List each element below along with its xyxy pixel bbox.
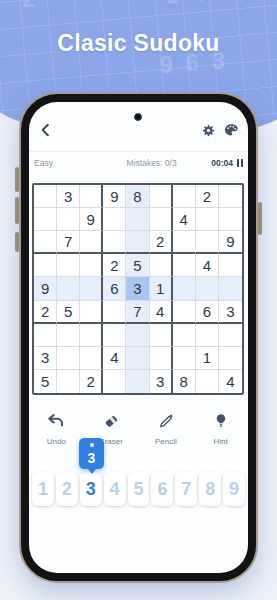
cell-r2c4[interactable] bbox=[103, 208, 126, 231]
hint-label: Hint bbox=[214, 437, 228, 446]
numpad-key-5[interactable]: 5 bbox=[128, 472, 150, 506]
cell-r6c4[interactable] bbox=[103, 301, 126, 324]
gear-icon bbox=[201, 123, 216, 142]
cell-r9c1[interactable]: 5 bbox=[34, 370, 57, 393]
cell-r1c7[interactable] bbox=[173, 185, 196, 208]
cell-r6c5[interactable]: 7 bbox=[126, 301, 149, 324]
phone-power-button bbox=[258, 202, 262, 235]
cell-r5c3[interactable] bbox=[80, 277, 103, 300]
undo-icon bbox=[47, 412, 65, 434]
cell-r6c1[interactable]: 2 bbox=[34, 301, 57, 324]
cell-r3c1[interactable] bbox=[34, 231, 57, 254]
cell-r6c6[interactable]: 4 bbox=[150, 301, 173, 324]
cell-r3c6[interactable]: 2 bbox=[150, 231, 173, 254]
hint-button[interactable]: Hint bbox=[193, 412, 248, 446]
cell-r9c2[interactable] bbox=[57, 370, 80, 393]
pause-icon bbox=[237, 159, 239, 167]
mistakes-label: Mistakes: 0/3 bbox=[92, 158, 211, 168]
cell-r4c8[interactable]: 4 bbox=[196, 254, 219, 277]
cell-r2c2[interactable] bbox=[57, 208, 80, 231]
cell-r7c2[interactable] bbox=[57, 324, 80, 347]
screenshot-root: 1479632 Clasic Sudoku bbox=[0, 0, 277, 600]
watermark-digit: 4 bbox=[192, 0, 205, 7]
phone-screen: Easy Mistakes: 0/3 00:04 398294729254963… bbox=[29, 102, 248, 573]
cell-r5c9[interactable] bbox=[219, 277, 242, 300]
pencil-button[interactable]: Pencil bbox=[139, 412, 194, 446]
pencil-icon bbox=[157, 412, 175, 434]
pencil-label: Pencil bbox=[155, 437, 177, 446]
cell-r3c9[interactable]: 9 bbox=[219, 231, 242, 254]
sudoku-grid: 398294729254963125746334152384 bbox=[32, 183, 244, 395]
cell-r1c5[interactable]: 8 bbox=[126, 185, 149, 208]
cell-r8c2[interactable] bbox=[57, 347, 80, 370]
cell-r1c6[interactable] bbox=[150, 185, 173, 208]
cell-r7c3[interactable] bbox=[80, 324, 103, 347]
cell-r5c7[interactable] bbox=[173, 277, 196, 300]
camera-hole bbox=[134, 113, 142, 121]
cell-r4c6[interactable] bbox=[150, 254, 173, 277]
phone-side-button bbox=[15, 232, 19, 252]
palette-icon bbox=[223, 122, 239, 142]
timer-value: 00:04 bbox=[211, 158, 233, 168]
selected-number-badge: 3 bbox=[79, 438, 104, 469]
cell-r8c5[interactable] bbox=[126, 347, 149, 370]
numpad-key-8[interactable]: 8 bbox=[199, 472, 221, 506]
cell-r9c3[interactable]: 2 bbox=[80, 370, 103, 393]
cell-r9c4[interactable] bbox=[103, 370, 126, 393]
numpad-key-9[interactable]: 9 bbox=[223, 472, 245, 506]
cell-r6c3[interactable] bbox=[80, 301, 103, 324]
cell-r7c5[interactable] bbox=[126, 324, 149, 347]
cell-r8c8[interactable]: 1 bbox=[196, 347, 219, 370]
cell-r8c7[interactable] bbox=[173, 347, 196, 370]
back-button[interactable] bbox=[35, 121, 57, 143]
cell-r1c1[interactable] bbox=[34, 185, 57, 208]
watermark-digit: 2 bbox=[22, 0, 35, 13]
number-pad: 123456789 bbox=[32, 472, 245, 506]
numpad-key-4[interactable]: 4 bbox=[104, 472, 126, 506]
lightbulb-icon bbox=[212, 412, 230, 434]
undo-button[interactable]: Undo bbox=[29, 412, 84, 446]
cell-r6c8[interactable]: 6 bbox=[196, 301, 219, 324]
cell-r2c5[interactable] bbox=[126, 208, 149, 231]
phone-side-button bbox=[15, 197, 19, 224]
cell-r7c7[interactable] bbox=[173, 324, 196, 347]
page-title: Clasic Sudoku bbox=[0, 30, 277, 57]
cell-r3c4[interactable] bbox=[103, 231, 126, 254]
eraser-icon bbox=[102, 412, 120, 434]
cell-r9c6[interactable]: 3 bbox=[150, 370, 173, 393]
cell-r4c9[interactable] bbox=[219, 254, 242, 277]
cell-r7c4[interactable] bbox=[103, 324, 126, 347]
cell-r3c8[interactable] bbox=[196, 231, 219, 254]
phone-side-button bbox=[15, 167, 19, 192]
cell-r8c1[interactable]: 3 bbox=[34, 347, 57, 370]
settings-button[interactable] bbox=[197, 121, 219, 143]
cell-r1c8[interactable]: 2 bbox=[196, 185, 219, 208]
cell-r9c9[interactable]: 4 bbox=[219, 370, 242, 393]
cell-r5c8[interactable] bbox=[196, 277, 219, 300]
theme-button[interactable] bbox=[220, 121, 242, 143]
cell-r4c7[interactable] bbox=[173, 254, 196, 277]
cell-r4c5[interactable]: 5 bbox=[126, 254, 149, 277]
cell-r5c4[interactable]: 6 bbox=[103, 277, 126, 300]
numpad-key-2[interactable]: 2 bbox=[56, 472, 78, 506]
cell-r2c6[interactable] bbox=[150, 208, 173, 231]
cell-r2c3[interactable]: 9 bbox=[80, 208, 103, 231]
pause-icon bbox=[241, 159, 243, 167]
cell-r2c8[interactable] bbox=[196, 208, 219, 231]
cell-r3c7[interactable] bbox=[173, 231, 196, 254]
cell-r8c6[interactable] bbox=[150, 347, 173, 370]
cell-r4c3[interactable] bbox=[80, 254, 103, 277]
numpad-key-6[interactable]: 6 bbox=[151, 472, 173, 506]
cell-r6c2[interactable]: 5 bbox=[57, 301, 80, 324]
cell-r4c2[interactable] bbox=[57, 254, 80, 277]
undo-label: Undo bbox=[47, 437, 66, 446]
cell-r4c1[interactable] bbox=[34, 254, 57, 277]
cell-r7c1[interactable] bbox=[34, 324, 57, 347]
appbar-divider bbox=[29, 151, 248, 152]
phone-frame: Easy Mistakes: 0/3 00:04 398294729254963… bbox=[19, 92, 258, 583]
cell-r7c9[interactable] bbox=[219, 324, 242, 347]
watermark-digit: 7 bbox=[218, 0, 231, 5]
toolbar: Undo Eraser Pencil bbox=[29, 412, 248, 446]
cell-r4c4[interactable]: 2 bbox=[103, 254, 126, 277]
cell-r2c1[interactable] bbox=[34, 208, 57, 231]
numpad-key-3[interactable]: 3 bbox=[80, 472, 102, 506]
watermark-digit: 1 bbox=[166, 0, 179, 9]
cell-r1c3[interactable] bbox=[80, 185, 103, 208]
cell-r3c5[interactable] bbox=[126, 231, 149, 254]
numpad-key-7[interactable]: 7 bbox=[175, 472, 197, 506]
cell-r8c9[interactable] bbox=[219, 347, 242, 370]
cell-r6c9[interactable]: 3 bbox=[219, 301, 242, 324]
cell-r2c7[interactable]: 4 bbox=[173, 208, 196, 231]
pause-button[interactable] bbox=[237, 159, 243, 167]
cell-r5c6[interactable]: 1 bbox=[150, 277, 173, 300]
cell-r5c5[interactable]: 3 bbox=[126, 277, 149, 300]
cell-r7c8[interactable] bbox=[196, 324, 219, 347]
cell-r6c7[interactable] bbox=[173, 301, 196, 324]
status-bar: Easy Mistakes: 0/3 00:04 bbox=[34, 158, 243, 168]
cell-r9c8[interactable] bbox=[196, 370, 219, 393]
cell-r2c9[interactable] bbox=[219, 208, 242, 231]
cell-r8c4[interactable]: 4 bbox=[103, 347, 126, 370]
cell-r5c2[interactable] bbox=[57, 277, 80, 300]
cell-r1c4[interactable]: 9 bbox=[103, 185, 126, 208]
cell-r1c2[interactable]: 3 bbox=[57, 185, 80, 208]
chevron-left-icon bbox=[37, 121, 55, 143]
cell-r3c2[interactable]: 7 bbox=[57, 231, 80, 254]
numpad-key-1[interactable]: 1 bbox=[32, 472, 54, 506]
cell-r7c6[interactable] bbox=[150, 324, 173, 347]
cell-r9c7[interactable]: 8 bbox=[173, 370, 196, 393]
cell-r9c5[interactable] bbox=[126, 370, 149, 393]
cell-r8c3[interactable] bbox=[80, 347, 103, 370]
difficulty-label: Easy bbox=[34, 158, 92, 168]
cell-r1c9[interactable] bbox=[219, 185, 242, 208]
cell-r5c1[interactable]: 9 bbox=[34, 277, 57, 300]
cell-r3c3[interactable] bbox=[80, 231, 103, 254]
